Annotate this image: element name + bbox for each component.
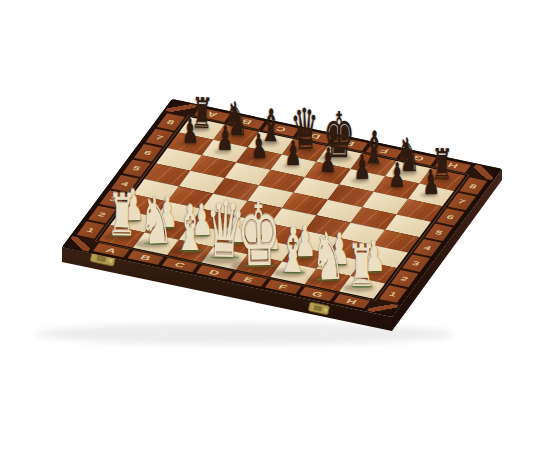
rank-label-right-5: 5	[425, 224, 453, 241]
rank-label-right-4: 4	[414, 239, 442, 256]
rank-label-right-1: 1	[379, 285, 407, 302]
product-photo-scene: { "game": "chess", "scene": { "descripti…	[0, 0, 550, 450]
rank-label-right-8: 8	[459, 177, 487, 194]
rank-label-right-3: 3	[402, 255, 430, 272]
rank-label-right-7: 7	[448, 193, 476, 210]
rank-label-right-2: 2	[391, 270, 419, 287]
rank-label-right-6: 6	[437, 208, 465, 225]
